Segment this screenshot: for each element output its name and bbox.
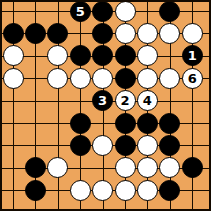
white-stone[interactable]	[115, 1, 136, 22]
black-stone[interactable]	[47, 23, 68, 44]
white-stone[interactable]	[115, 157, 136, 178]
white-stone[interactable]	[159, 157, 180, 178]
white-stone[interactable]	[47, 157, 68, 178]
black-stone[interactable]	[70, 135, 91, 156]
black-stone[interactable]	[3, 23, 24, 44]
move-number-label: 6	[188, 72, 197, 85]
black-stone[interactable]	[115, 68, 136, 89]
white-stone[interactable]	[137, 45, 158, 66]
move-number-label: 1	[188, 49, 197, 62]
black-stone[interactable]	[92, 45, 113, 66]
black-stone[interactable]	[25, 180, 46, 201]
go-board: 516324	[0, 0, 211, 211]
black-stone[interactable]	[159, 135, 180, 156]
white-stone[interactable]	[137, 68, 158, 89]
white-stone[interactable]	[115, 180, 136, 201]
go-board-grid: 516324	[0, 0, 211, 211]
move-number-label: 5	[76, 5, 85, 18]
black-stone[interactable]	[115, 113, 136, 134]
black-stone[interactable]	[137, 113, 158, 134]
white-stone[interactable]	[70, 180, 91, 201]
black-stone[interactable]	[159, 113, 180, 134]
white-stone[interactable]	[182, 23, 203, 44]
white-stone[interactable]	[159, 23, 180, 44]
white-stone[interactable]	[137, 23, 158, 44]
black-stone[interactable]	[159, 180, 180, 201]
move-number-label: 4	[143, 94, 152, 107]
black-stone[interactable]	[159, 1, 180, 22]
white-stone[interactable]	[137, 135, 158, 156]
white-stone[interactable]	[47, 45, 68, 66]
black-stone[interactable]	[115, 45, 136, 66]
white-stone-move-6[interactable]: 6	[182, 68, 203, 89]
move-number-label: 2	[120, 94, 129, 107]
black-stone-move-1[interactable]: 1	[182, 45, 203, 66]
move-number-label: 3	[98, 94, 107, 107]
black-stone[interactable]	[92, 23, 113, 44]
white-stone[interactable]	[137, 180, 158, 201]
white-stone[interactable]	[159, 68, 180, 89]
black-stone[interactable]	[70, 45, 91, 66]
white-stone[interactable]	[92, 135, 113, 156]
white-stone[interactable]	[3, 45, 24, 66]
white-stone[interactable]	[92, 180, 113, 201]
white-stone-move-4[interactable]: 4	[137, 90, 158, 111]
black-stone[interactable]	[25, 23, 46, 44]
white-stone[interactable]	[47, 68, 68, 89]
black-stone-move-5[interactable]: 5	[70, 1, 91, 22]
black-stone[interactable]	[92, 1, 113, 22]
white-stone[interactable]	[115, 23, 136, 44]
black-stone-move-3[interactable]: 3	[92, 90, 113, 111]
white-stone[interactable]	[137, 157, 158, 178]
white-stone-move-2[interactable]: 2	[115, 90, 136, 111]
black-stone[interactable]	[70, 113, 91, 134]
black-stone[interactable]	[115, 135, 136, 156]
white-stone[interactable]	[3, 68, 24, 89]
white-stone[interactable]	[70, 68, 91, 89]
white-stone[interactable]	[92, 68, 113, 89]
black-stone[interactable]	[25, 157, 46, 178]
black-stone[interactable]	[182, 157, 203, 178]
